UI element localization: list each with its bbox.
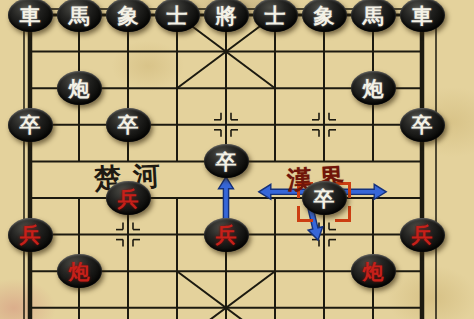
piece-glyph: 馬 (363, 5, 384, 26)
piece-red-cannon[interactable]: 炮 (351, 254, 396, 288)
piece-glyph: 士 (265, 5, 286, 26)
piece-glyph: 將 (216, 5, 237, 26)
piece-black-cannon[interactable]: 炮 (351, 71, 396, 105)
piece-red-soldier[interactable]: 兵 (400, 218, 445, 252)
piece-black-soldier[interactable]: 卒 (400, 108, 445, 142)
piece-glyph: 象 (314, 5, 335, 26)
piece-glyph: 車 (20, 5, 41, 26)
piece-black-advisor[interactable]: 士 (155, 0, 200, 32)
piece-black-soldier[interactable]: 卒 (302, 181, 347, 215)
piece-glyph: 士 (167, 5, 188, 26)
piece-glyph: 卒 (118, 114, 139, 135)
piece-black-soldier[interactable]: 卒 (8, 108, 53, 142)
piece-glyph: 炮 (69, 261, 90, 282)
xiangqi-board[interactable]: 楚河 漢界 車馬象士將士象馬車炮炮卒卒卒卒卒兵兵兵兵炮炮 (0, 0, 474, 319)
piece-glyph: 車 (412, 5, 433, 26)
piece-glyph: 卒 (314, 188, 335, 209)
piece-glyph: 兵 (216, 224, 237, 245)
piece-black-horse[interactable]: 馬 (57, 0, 102, 32)
piece-black-cannon[interactable]: 炮 (57, 71, 102, 105)
piece-black-elephant[interactable]: 象 (106, 0, 151, 32)
piece-glyph: 兵 (20, 224, 41, 245)
piece-glyph: 炮 (363, 78, 384, 99)
piece-glyph: 兵 (118, 188, 139, 209)
piece-glyph: 象 (118, 5, 139, 26)
piece-black-chariot[interactable]: 車 (400, 0, 445, 32)
piece-black-chariot[interactable]: 車 (8, 0, 53, 32)
piece-red-cannon[interactable]: 炮 (57, 254, 102, 288)
piece-glyph: 兵 (412, 224, 433, 245)
piece-black-general[interactable]: 將 (204, 0, 249, 32)
piece-black-soldier[interactable]: 卒 (106, 108, 151, 142)
piece-glyph: 卒 (412, 114, 433, 135)
piece-red-soldier[interactable]: 兵 (204, 218, 249, 252)
piece-black-horse[interactable]: 馬 (351, 0, 396, 32)
piece-black-elephant[interactable]: 象 (302, 0, 347, 32)
piece-glyph: 馬 (69, 5, 90, 26)
piece-glyph: 卒 (216, 151, 237, 172)
piece-black-soldier[interactable]: 卒 (204, 144, 249, 178)
piece-red-soldier[interactable]: 兵 (8, 218, 53, 252)
piece-glyph: 卒 (20, 114, 41, 135)
piece-black-advisor[interactable]: 士 (253, 0, 298, 32)
piece-glyph: 炮 (69, 78, 90, 99)
piece-layer: 車馬象士將士象馬車炮炮卒卒卒卒卒兵兵兵兵炮炮 (0, 0, 474, 319)
piece-glyph: 炮 (363, 261, 384, 282)
piece-red-soldier[interactable]: 兵 (106, 181, 151, 215)
